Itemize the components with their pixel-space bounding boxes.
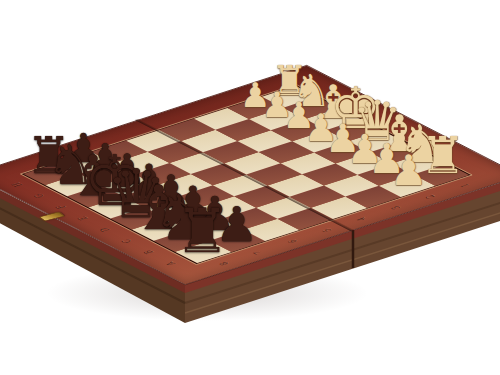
rank-label-2: 2 xyxy=(422,194,437,200)
file-label-G: G xyxy=(31,193,47,199)
file-label-F: F xyxy=(53,204,68,210)
rank-label-3: 3 xyxy=(388,205,403,211)
piece-black-rook[interactable]: ♜ xyxy=(175,200,230,261)
piece-white-pawn[interactable]: ♟ xyxy=(390,150,428,192)
rank-label-6: 6 xyxy=(285,239,300,245)
rank-label-4: 4 xyxy=(353,216,368,222)
file-label-H: H xyxy=(8,181,24,187)
chess-set-photo: ABCDEFGH 87654321 ♜♞♝♛♚♝♞♜♟♟♟♟♟♟♟♟♟♟♟♟♟♟… xyxy=(0,0,500,375)
rank-label-5: 5 xyxy=(319,227,334,233)
